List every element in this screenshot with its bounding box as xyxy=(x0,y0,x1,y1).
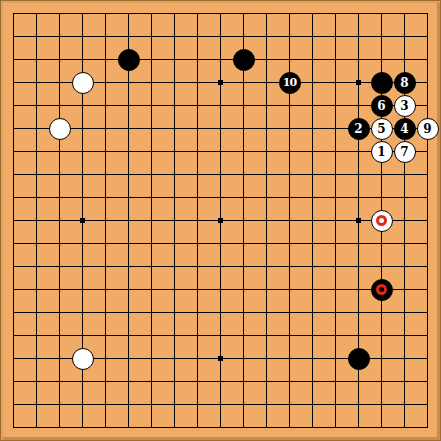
star-point xyxy=(356,80,361,85)
black-stone xyxy=(118,49,140,71)
white-stone xyxy=(72,348,94,370)
go-board: 10863254917 xyxy=(0,0,441,441)
star-point xyxy=(218,218,223,223)
move-9-white-stone: 9 xyxy=(417,118,439,140)
black-stone xyxy=(371,72,393,94)
white-stone-circled xyxy=(371,210,393,232)
star-point xyxy=(218,356,223,361)
star-point xyxy=(218,80,223,85)
circle-marker-icon xyxy=(376,284,387,295)
move-1-white-stone: 1 xyxy=(371,141,393,163)
circle-marker-icon xyxy=(376,215,387,226)
move-10-black-stone: 10 xyxy=(279,72,301,94)
move-7-white-stone: 7 xyxy=(394,141,416,163)
move-5-white-stone: 5 xyxy=(371,118,393,140)
white-stone xyxy=(72,72,94,94)
black-stone xyxy=(233,49,255,71)
move-3-white-stone: 3 xyxy=(394,95,416,117)
move-2-black-stone: 2 xyxy=(348,118,370,140)
white-stone xyxy=(49,118,71,140)
star-point xyxy=(356,218,361,223)
move-6-black-stone: 6 xyxy=(371,95,393,117)
black-stone-circled xyxy=(371,279,393,301)
move-4-black-stone: 4 xyxy=(394,118,416,140)
move-8-black-stone: 8 xyxy=(394,72,416,94)
star-point xyxy=(80,218,85,223)
black-stone xyxy=(348,348,370,370)
